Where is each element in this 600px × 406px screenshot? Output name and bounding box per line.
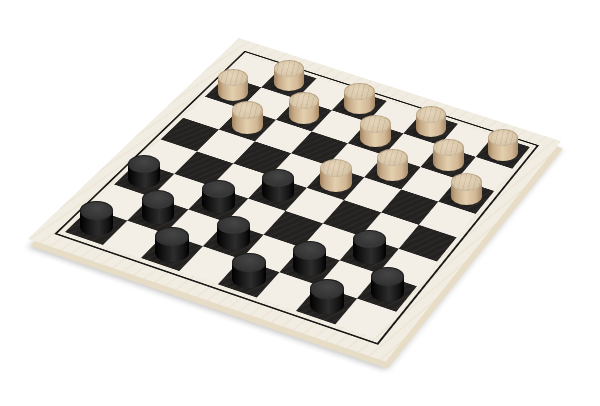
piece-top-face <box>232 253 266 272</box>
piece-wood <box>360 115 391 147</box>
piece-wood <box>320 159 352 192</box>
piece-top-face <box>416 106 447 124</box>
piece-black <box>80 201 113 235</box>
piece-top-face <box>262 169 294 187</box>
piece-wood <box>218 69 249 101</box>
pieces-layer <box>0 0 600 406</box>
piece-black <box>353 230 386 264</box>
piece-black <box>293 241 326 275</box>
piece-black <box>232 253 266 288</box>
piece-top-face <box>320 159 352 177</box>
piece-wood <box>232 101 263 133</box>
piece-top-face <box>155 227 188 246</box>
piece-wood <box>416 106 447 138</box>
product-photo-scene <box>0 0 600 406</box>
piece-top-face <box>433 139 464 157</box>
piece-wood <box>344 83 375 115</box>
piece-top-face <box>310 279 344 298</box>
piece-top-face <box>344 83 375 100</box>
piece-top-face <box>451 173 483 191</box>
piece-wood <box>377 149 409 182</box>
piece-top-face <box>232 101 263 119</box>
piece-wood <box>289 92 320 124</box>
piece-black <box>128 155 160 188</box>
piece-wood <box>274 60 304 91</box>
piece-wood <box>433 139 464 171</box>
piece-black <box>142 190 175 224</box>
piece-black <box>217 216 250 250</box>
piece-black <box>262 169 294 202</box>
piece-wood <box>451 173 483 206</box>
piece-black <box>202 180 234 214</box>
piece-black <box>310 279 344 314</box>
piece-top-face <box>202 180 234 199</box>
piece-wood <box>488 129 519 161</box>
piece-top-face <box>360 115 391 133</box>
piece-black <box>155 227 188 262</box>
piece-black <box>371 267 404 302</box>
